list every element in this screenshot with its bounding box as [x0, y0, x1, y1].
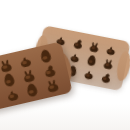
front-mold	[0, 41, 73, 114]
mold-cavity-duck	[81, 66, 98, 82]
mold-cavity-bunny	[100, 55, 117, 71]
mold-cavity-bunny	[86, 38, 103, 54]
mold-cavity-egg	[83, 52, 100, 68]
mold-cavity-duck	[103, 42, 120, 58]
product-photo-chocolate-molds: Two brown silicone chocolate molds on a …	[0, 0, 130, 130]
mold-cavity-chick	[69, 35, 86, 51]
scene-description: Two brown silicone chocolate molds on a …	[0, 0, 1, 1]
mold-cavity-chick	[97, 69, 114, 85]
